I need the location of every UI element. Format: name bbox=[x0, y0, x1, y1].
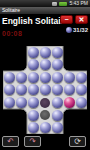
cell-r6c6 bbox=[75, 121, 87, 134]
cell-r1c1 bbox=[15, 59, 27, 72]
battery-icon bbox=[59, 2, 67, 6]
cell-r5c4 bbox=[51, 109, 63, 122]
cell-r2c4 bbox=[51, 71, 63, 84]
cell-r4c4 bbox=[51, 96, 63, 109]
cell-r0c0 bbox=[3, 46, 15, 59]
cell-r2c0 bbox=[3, 71, 15, 84]
peg[interactable] bbox=[28, 72, 39, 83]
peg[interactable] bbox=[76, 72, 87, 83]
game-timer: 00:08 bbox=[2, 30, 22, 37]
peg[interactable] bbox=[64, 72, 75, 83]
cell-r2c3 bbox=[39, 71, 51, 84]
cell-r6c4 bbox=[51, 121, 63, 134]
cell-r4c2 bbox=[27, 96, 39, 109]
peg-count-text: 31/32 bbox=[73, 27, 88, 33]
status-time: 5:43 PM bbox=[69, 0, 88, 7]
peg[interactable] bbox=[28, 110, 39, 121]
cell-r3c4 bbox=[51, 84, 63, 97]
signal-icon bbox=[52, 2, 57, 6]
highlighted-empty-hole[interactable] bbox=[40, 98, 50, 108]
cell-r0c4 bbox=[51, 46, 63, 59]
restart-button[interactable]: ⟳ bbox=[69, 136, 86, 147]
peg[interactable] bbox=[28, 122, 39, 133]
empty-hole[interactable] bbox=[40, 110, 50, 120]
peg[interactable] bbox=[40, 72, 51, 83]
cell-r6c5 bbox=[63, 121, 75, 134]
cell-r5c1 bbox=[15, 109, 27, 122]
minimize-button[interactable]: − bbox=[60, 15, 73, 24]
cell-r2c6 bbox=[75, 71, 87, 84]
cell-r4c0 bbox=[3, 96, 15, 109]
peg[interactable] bbox=[28, 97, 39, 108]
cell-r1c5 bbox=[63, 59, 75, 72]
peg-counter: 31/32 bbox=[66, 27, 88, 33]
cell-r0c6 bbox=[75, 46, 87, 59]
board-grid bbox=[3, 46, 87, 134]
peg[interactable] bbox=[52, 122, 63, 133]
peg[interactable] bbox=[4, 84, 15, 95]
peg[interactable] bbox=[52, 72, 63, 83]
solitaire-board bbox=[3, 46, 87, 134]
cell-r4c1 bbox=[15, 96, 27, 109]
peg[interactable] bbox=[16, 72, 27, 83]
peg[interactable] bbox=[76, 97, 87, 108]
peg[interactable] bbox=[40, 59, 51, 70]
undo-icon: ↶ bbox=[7, 137, 14, 146]
peg[interactable] bbox=[28, 47, 39, 58]
undo-button[interactable]: ↶ bbox=[2, 136, 19, 147]
peg[interactable] bbox=[40, 47, 51, 58]
cell-r0c3 bbox=[39, 46, 51, 59]
cell-r5c2 bbox=[27, 109, 39, 122]
peg[interactable] bbox=[52, 110, 63, 121]
cell-r5c6 bbox=[75, 109, 87, 122]
cell-r6c3 bbox=[39, 121, 51, 134]
cell-r1c3 bbox=[39, 59, 51, 72]
close-button[interactable]: ✕ bbox=[75, 15, 88, 24]
app-screen: 5:43 PM Solitaire English Solitaire − ✕ … bbox=[0, 0, 90, 150]
game-header: English Solitaire − ✕ 31/32 00:08 bbox=[0, 14, 90, 46]
cell-r1c0 bbox=[3, 59, 15, 72]
cell-r1c6 bbox=[75, 59, 87, 72]
redo-icon: ↷ bbox=[29, 137, 36, 146]
cell-r2c1 bbox=[15, 71, 27, 84]
peg[interactable] bbox=[52, 84, 63, 95]
header-buttons: − ✕ bbox=[60, 15, 88, 24]
cell-r6c1 bbox=[15, 121, 27, 134]
cell-r0c1 bbox=[15, 46, 27, 59]
peg[interactable] bbox=[76, 84, 87, 95]
cell-r3c1 bbox=[15, 84, 27, 97]
cell-r5c3 bbox=[39, 109, 51, 122]
peg[interactable] bbox=[40, 122, 51, 133]
cell-r0c2 bbox=[27, 46, 39, 59]
cell-r3c2 bbox=[27, 84, 39, 97]
cell-r2c5 bbox=[63, 71, 75, 84]
peg[interactable] bbox=[52, 47, 63, 58]
status-bar: 5:43 PM bbox=[0, 0, 90, 7]
peg[interactable] bbox=[40, 84, 51, 95]
cell-r6c0 bbox=[3, 121, 15, 134]
peg[interactable] bbox=[4, 97, 15, 108]
cell-r3c6 bbox=[75, 84, 87, 97]
selected-peg[interactable] bbox=[64, 97, 75, 108]
peg[interactable] bbox=[28, 84, 39, 95]
cell-r1c4 bbox=[51, 59, 63, 72]
peg[interactable] bbox=[16, 97, 27, 108]
cell-r0c5 bbox=[63, 46, 75, 59]
cell-r1c2 bbox=[27, 59, 39, 72]
cell-r4c6 bbox=[75, 96, 87, 109]
redo-button[interactable]: ↷ bbox=[24, 136, 41, 147]
window-title: Solitaire bbox=[0, 7, 90, 14]
peg[interactable] bbox=[28, 59, 39, 70]
peg[interactable] bbox=[4, 72, 15, 83]
cell-r5c5 bbox=[63, 109, 75, 122]
cell-r2c2 bbox=[27, 71, 39, 84]
peg-count-icon bbox=[66, 27, 72, 33]
peg[interactable] bbox=[52, 59, 63, 70]
cell-r4c3 bbox=[39, 96, 51, 109]
restart-icon: ⟳ bbox=[74, 137, 81, 146]
cell-r5c0 bbox=[3, 109, 15, 122]
cell-r3c3 bbox=[39, 84, 51, 97]
cell-r6c2 bbox=[27, 121, 39, 134]
page-title: English Solitaire bbox=[2, 16, 69, 26]
peg[interactable] bbox=[64, 84, 75, 95]
peg[interactable] bbox=[52, 97, 63, 108]
cell-r3c5 bbox=[63, 84, 75, 97]
cell-r3c0 bbox=[3, 84, 15, 97]
cell-r4c5 bbox=[63, 96, 75, 109]
peg[interactable] bbox=[16, 84, 27, 95]
